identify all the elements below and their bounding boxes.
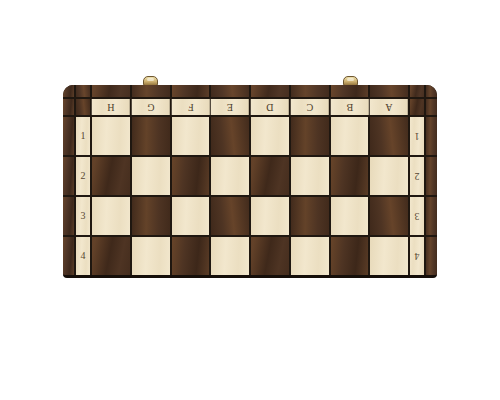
rank-label-left: 2 xyxy=(76,157,90,195)
rank-label-right: 1 xyxy=(410,117,424,155)
board-square xyxy=(251,197,289,235)
board-square xyxy=(172,117,210,155)
board-square xyxy=(331,117,369,155)
frame-top-segment xyxy=(410,85,424,97)
file-label-cell: H xyxy=(92,99,130,115)
frame-top-segment xyxy=(172,85,210,97)
product-photo: HGFEDCBA11223344 xyxy=(0,0,500,400)
frame-right-segment xyxy=(426,157,437,195)
file-label-cell: E xyxy=(211,99,249,115)
board-square xyxy=(172,157,210,195)
board-square xyxy=(211,117,249,155)
frame-top-segment xyxy=(426,85,437,97)
board-square xyxy=(92,237,130,275)
board-square xyxy=(331,237,369,275)
frame-left-segment xyxy=(63,99,74,115)
frame-left-segment xyxy=(63,157,74,195)
board-square xyxy=(211,237,249,275)
file-label-cell: C xyxy=(291,99,329,115)
file-label-cell: B xyxy=(331,99,369,115)
frame-left-segment xyxy=(63,237,74,275)
board-square xyxy=(132,157,170,195)
rank-label-right: 2 xyxy=(410,157,424,195)
file-label-cell: D xyxy=(251,99,289,115)
frame-right-segment xyxy=(426,117,437,155)
rank-label-right: 4 xyxy=(410,237,424,275)
board-square xyxy=(132,117,170,155)
rank-label-left: 3 xyxy=(76,197,90,235)
frame-top-segment xyxy=(63,85,74,97)
frame-left-segment xyxy=(63,117,74,155)
board-square xyxy=(92,117,130,155)
board-square xyxy=(291,157,329,195)
board-square xyxy=(211,197,249,235)
file-label-cell: G xyxy=(132,99,170,115)
corner-cell xyxy=(410,99,424,115)
frame-top-segment xyxy=(132,85,170,97)
board-square xyxy=(92,197,130,235)
board-square xyxy=(92,157,130,195)
board-square xyxy=(211,157,249,195)
rank-label-left: 1 xyxy=(76,117,90,155)
folded-chess-board: HGFEDCBA11223344 xyxy=(63,85,437,278)
frame-top-segment xyxy=(211,85,249,97)
board-square xyxy=(251,117,289,155)
board-square xyxy=(172,237,210,275)
file-label-cell: F xyxy=(172,99,210,115)
board-square xyxy=(370,197,408,235)
board-square xyxy=(331,157,369,195)
board-square xyxy=(291,197,329,235)
rank-label-right: 3 xyxy=(410,197,424,235)
board-square xyxy=(370,157,408,195)
frame-right-segment xyxy=(426,197,437,235)
frame-top-segment xyxy=(370,85,408,97)
board-square xyxy=(370,117,408,155)
board-square xyxy=(132,237,170,275)
board-square xyxy=(370,237,408,275)
frame-top-segment xyxy=(331,85,369,97)
board-square xyxy=(132,197,170,235)
frame-right-segment xyxy=(426,99,437,115)
file-label-cell: A xyxy=(370,99,408,115)
rank-label-left: 4 xyxy=(76,237,90,275)
board-square xyxy=(331,197,369,235)
board-square xyxy=(291,117,329,155)
frame-top-segment xyxy=(251,85,289,97)
frame-right-segment xyxy=(426,237,437,275)
corner-cell xyxy=(76,99,90,115)
frame-top-segment xyxy=(291,85,329,97)
frame-top-segment xyxy=(92,85,130,97)
board-square xyxy=(251,237,289,275)
frame-left-segment xyxy=(63,197,74,235)
board-square xyxy=(251,157,289,195)
board-square xyxy=(172,197,210,235)
frame-top-segment xyxy=(76,85,90,97)
board-square xyxy=(291,237,329,275)
